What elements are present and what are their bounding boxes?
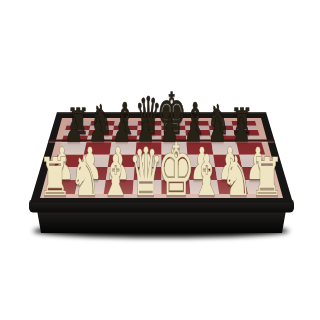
piece-white-rook-a1: ♜ <box>38 147 72 208</box>
piece-white-knight-g1: ♞ <box>222 145 252 209</box>
piece-white-bishop-c1: ♝ <box>101 143 131 208</box>
piece-white-king-e1: ♚ <box>157 128 194 212</box>
photo-scene: ♜♞♝♛♚♝♞♜♟♟♟♟♟♟♟♟♟♟♟♟♟♟♟♟♜♞♝♛♚♝♞♜ <box>0 0 320 320</box>
piece-white-knight-b1: ♞ <box>70 145 100 209</box>
piece-white-bishop-f1: ♝ <box>191 143 221 208</box>
case-body <box>37 210 286 233</box>
chess-set-illustration: ♜♞♝♛♚♝♞♜♟♟♟♟♟♟♟♟♟♟♟♟♟♟♟♟♜♞♝♛♚♝♞♜ <box>0 0 320 320</box>
piece-white-rook-h1: ♜ <box>250 147 284 208</box>
product-image-chess-set[interactable]: ♜♞♝♛♚♝♞♜♟♟♟♟♟♟♟♟♟♟♟♟♟♟♟♟♜♞♝♛♚♝♞♜ <box>0 0 320 320</box>
chess-pieces: ♜♞♝♛♚♝♞♜♟♟♟♟♟♟♟♟♟♟♟♟♟♟♟♟♜♞♝♛♚♝♞♜ <box>38 80 284 212</box>
